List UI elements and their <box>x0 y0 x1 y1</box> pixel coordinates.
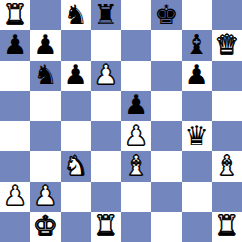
square-f8[interactable]: ♚ <box>151 0 181 30</box>
square-e8[interactable] <box>121 0 151 30</box>
black-queen[interactable]: ♛ <box>185 122 209 149</box>
square-b2[interactable]: ♟ <box>30 182 60 212</box>
square-h8[interactable] <box>212 0 242 30</box>
square-d4[interactable] <box>91 121 121 151</box>
chess-board: ♜♞♜♚♟♟♝♛♞♟♟♟♟♟♛♞♝♝♟♟♚♜♜ <box>0 0 242 242</box>
square-a6[interactable] <box>0 61 30 91</box>
square-g7[interactable]: ♝ <box>182 30 212 60</box>
square-c1[interactable] <box>61 212 91 242</box>
square-f4[interactable] <box>151 121 181 151</box>
white-pawn[interactable]: ♟ <box>33 182 57 209</box>
square-f3[interactable] <box>151 151 181 181</box>
square-e6[interactable] <box>121 61 151 91</box>
white-bishop[interactable]: ♝ <box>215 152 239 179</box>
white-knight[interactable]: ♞ <box>64 152 88 179</box>
white-pawn[interactable]: ♟ <box>3 182 27 209</box>
square-a8[interactable]: ♜ <box>0 0 30 30</box>
square-b4[interactable] <box>30 121 60 151</box>
square-d1[interactable]: ♜ <box>91 212 121 242</box>
square-d8[interactable]: ♜ <box>91 0 121 30</box>
square-b3[interactable] <box>30 151 60 181</box>
square-f2[interactable] <box>151 182 181 212</box>
square-a2[interactable]: ♟ <box>0 182 30 212</box>
black-knight[interactable]: ♞ <box>64 1 88 28</box>
square-c8[interactable]: ♞ <box>61 0 91 30</box>
square-d7[interactable] <box>91 30 121 60</box>
square-f6[interactable] <box>151 61 181 91</box>
square-g5[interactable] <box>182 91 212 121</box>
square-b8[interactable] <box>30 0 60 30</box>
black-pawn[interactable]: ♟ <box>64 61 88 88</box>
square-e3[interactable]: ♝ <box>121 151 151 181</box>
black-king[interactable]: ♚ <box>154 1 178 28</box>
square-a5[interactable] <box>0 91 30 121</box>
square-h3[interactable]: ♝ <box>212 151 242 181</box>
square-c3[interactable]: ♞ <box>61 151 91 181</box>
square-f5[interactable] <box>151 91 181 121</box>
square-a1[interactable] <box>0 212 30 242</box>
square-h1[interactable]: ♜ <box>212 212 242 242</box>
square-c7[interactable] <box>61 30 91 60</box>
square-e4[interactable]: ♟ <box>121 121 151 151</box>
white-queen[interactable]: ♛ <box>215 31 239 58</box>
square-h2[interactable] <box>212 182 242 212</box>
square-b6[interactable]: ♞ <box>30 61 60 91</box>
square-a7[interactable]: ♟ <box>0 30 30 60</box>
square-h6[interactable] <box>212 61 242 91</box>
square-e1[interactable] <box>121 212 151 242</box>
square-b7[interactable]: ♟ <box>30 30 60 60</box>
square-d6[interactable]: ♟ <box>91 61 121 91</box>
black-pawn[interactable]: ♟ <box>3 31 27 58</box>
white-bishop[interactable]: ♝ <box>124 152 148 179</box>
white-pawn[interactable]: ♟ <box>124 122 148 149</box>
square-b1[interactable]: ♚ <box>30 212 60 242</box>
square-a3[interactable] <box>0 151 30 181</box>
square-h7[interactable]: ♛ <box>212 30 242 60</box>
black-rook[interactable]: ♜ <box>94 1 118 28</box>
black-pawn[interactable]: ♟ <box>124 91 148 118</box>
square-d5[interactable] <box>91 91 121 121</box>
square-a4[interactable] <box>0 121 30 151</box>
square-d3[interactable] <box>91 151 121 181</box>
square-c2[interactable] <box>61 182 91 212</box>
square-g3[interactable] <box>182 151 212 181</box>
square-h4[interactable] <box>212 121 242 151</box>
square-c4[interactable] <box>61 121 91 151</box>
square-g1[interactable] <box>182 212 212 242</box>
square-g2[interactable] <box>182 182 212 212</box>
black-bishop[interactable]: ♝ <box>185 31 209 58</box>
square-g8[interactable] <box>182 0 212 30</box>
square-c6[interactable]: ♟ <box>61 61 91 91</box>
square-e2[interactable] <box>121 182 151 212</box>
square-f1[interactable] <box>151 212 181 242</box>
square-f7[interactable] <box>151 30 181 60</box>
black-pawn[interactable]: ♟ <box>33 31 57 58</box>
black-knight[interactable]: ♞ <box>33 61 57 88</box>
white-king[interactable]: ♚ <box>33 212 57 239</box>
white-rook[interactable]: ♜ <box>215 212 239 239</box>
white-rook[interactable]: ♜ <box>94 212 118 239</box>
square-g4[interactable]: ♛ <box>182 121 212 151</box>
square-b5[interactable] <box>30 91 60 121</box>
square-h5[interactable] <box>212 91 242 121</box>
square-c5[interactable] <box>61 91 91 121</box>
square-e7[interactable] <box>121 30 151 60</box>
white-rook[interactable]: ♜ <box>3 1 27 28</box>
square-e5[interactable]: ♟ <box>121 91 151 121</box>
square-d2[interactable] <box>91 182 121 212</box>
square-g6[interactable]: ♟ <box>182 61 212 91</box>
white-pawn[interactable]: ♟ <box>94 61 118 88</box>
black-pawn[interactable]: ♟ <box>185 61 209 88</box>
